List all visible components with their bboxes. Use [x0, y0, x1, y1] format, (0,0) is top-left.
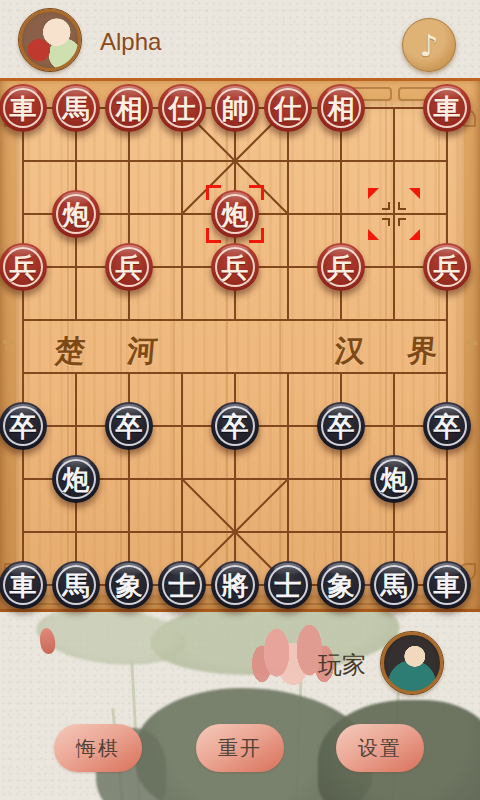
board-grid: 車馬相仕帥仕相車炮炮兵兵兵兵兵卒卒卒卒卒炮炮車馬象士將士象馬車 — [0, 82, 474, 612]
piece-black-soldier[interactable]: 卒 — [423, 402, 471, 450]
piece-glyph: 兵 — [328, 254, 355, 281]
piece-black-advisor[interactable]: 士 — [158, 561, 206, 609]
piece-red-chariot[interactable]: 車 — [0, 84, 47, 132]
sound-button[interactable]: ♪ — [402, 18, 456, 72]
piece-red-general[interactable]: 帥 — [211, 84, 259, 132]
piece-glyph: 兵 — [116, 254, 143, 281]
piece-red-soldier[interactable]: 兵 — [317, 243, 365, 291]
piece-red-chariot[interactable]: 車 — [423, 84, 471, 132]
piece-glyph: 卒 — [10, 413, 37, 440]
piece-glyph: 將 — [222, 572, 249, 599]
piece-red-advisor[interactable]: 仕 — [264, 84, 312, 132]
piece-glyph: 卒 — [328, 413, 355, 440]
piece-glyph: 馬 — [381, 572, 408, 599]
restart-button[interactable]: 重开 — [196, 724, 284, 772]
piece-glyph: 炮 — [381, 466, 408, 493]
music-note-icon: ♪ — [419, 28, 438, 63]
piece-red-soldier[interactable]: 兵 — [423, 243, 471, 291]
piece-glyph: 炮 — [63, 466, 90, 493]
piece-glyph: 卒 — [116, 413, 143, 440]
piece-black-elephant[interactable]: 象 — [317, 561, 365, 609]
piece-black-general[interactable]: 將 — [211, 561, 259, 609]
piece-black-elephant[interactable]: 象 — [105, 561, 153, 609]
piece-glyph: 士 — [275, 572, 302, 599]
piece-glyph: 兵 — [434, 254, 461, 281]
piece-black-soldier[interactable]: 卒 — [211, 402, 259, 450]
settings-button[interactable]: 设置 — [336, 724, 424, 772]
lotus-leaf-small — [33, 612, 188, 672]
piece-black-soldier[interactable]: 卒 — [317, 402, 365, 450]
piece-red-advisor[interactable]: 仕 — [158, 84, 206, 132]
bottom-panel: 玩家 悔棋 重开 设置 — [0, 612, 480, 800]
piece-red-soldier[interactable]: 兵 — [105, 243, 153, 291]
piece-glyph: 象 — [116, 572, 143, 599]
piece-red-cannon[interactable]: 炮 — [52, 190, 100, 238]
piece-glyph: 馬 — [63, 572, 90, 599]
undo-button[interactable]: 悔棋 — [54, 724, 142, 772]
player-avatar[interactable] — [381, 632, 443, 694]
piece-glyph: 士 — [169, 572, 196, 599]
piece-glyph: 炮 — [222, 201, 249, 228]
piece-black-cannon[interactable]: 炮 — [370, 455, 418, 503]
piece-glyph: 相 — [328, 95, 355, 122]
piece-glyph: 馬 — [63, 95, 90, 122]
piece-glyph: 卒 — [434, 413, 461, 440]
piece-glyph: 仕 — [169, 95, 196, 122]
piece-red-soldier[interactable]: 兵 — [211, 243, 259, 291]
piece-red-cannon[interactable]: 炮 — [211, 190, 259, 238]
piece-black-horse[interactable]: 馬 — [52, 561, 100, 609]
opponent-avatar[interactable] — [19, 9, 81, 71]
piece-glyph: 帥 — [222, 95, 249, 122]
piece-glyph: 象 — [328, 572, 355, 599]
piece-red-soldier[interactable]: 兵 — [0, 243, 47, 291]
piece-glyph: 兵 — [10, 254, 37, 281]
piece-black-advisor[interactable]: 士 — [264, 561, 312, 609]
piece-black-horse[interactable]: 馬 — [370, 561, 418, 609]
piece-glyph: 仕 — [275, 95, 302, 122]
piece-glyph: 相 — [116, 95, 143, 122]
piece-glyph: 兵 — [222, 254, 249, 281]
piece-glyph: 車 — [10, 95, 37, 122]
piece-black-soldier[interactable]: 卒 — [105, 402, 153, 450]
last-move-origin-marker[interactable] — [368, 188, 420, 240]
piece-red-horse[interactable]: 馬 — [52, 84, 100, 132]
xiangqi-board: 楚 河 汉 界 車馬相仕帥仕相車炮炮兵兵兵兵兵卒卒卒卒卒炮炮車馬象士將士象馬車 — [0, 78, 480, 612]
piece-glyph: 車 — [10, 572, 37, 599]
player-name: 玩家 — [318, 649, 366, 681]
piece-glyph: 炮 — [63, 201, 90, 228]
piece-red-elephant[interactable]: 相 — [317, 84, 365, 132]
piece-glyph: 卒 — [222, 413, 249, 440]
piece-red-elephant[interactable]: 相 — [105, 84, 153, 132]
piece-black-chariot[interactable]: 車 — [0, 561, 47, 609]
piece-black-soldier[interactable]: 卒 — [0, 402, 47, 450]
piece-black-cannon[interactable]: 炮 — [52, 455, 100, 503]
piece-glyph: 車 — [434, 95, 461, 122]
piece-glyph: 車 — [434, 572, 461, 599]
piece-black-chariot[interactable]: 車 — [423, 561, 471, 609]
opponent-name: Alpha — [100, 28, 161, 56]
